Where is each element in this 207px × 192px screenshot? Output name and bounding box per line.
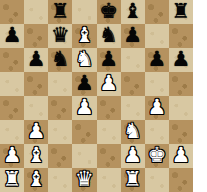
piece-white-rook[interactable]: ♜: [3, 169, 22, 190]
square-c7[interactable]: ♛: [48, 24, 72, 48]
square-e4[interactable]: [97, 96, 121, 120]
piece-black-pawn[interactable]: ♟: [99, 49, 118, 70]
square-g3[interactable]: [145, 120, 169, 144]
square-h4[interactable]: [169, 96, 193, 120]
square-d6[interactable]: ♞: [72, 48, 96, 72]
piece-black-pawn[interactable]: ♟: [123, 25, 142, 46]
square-a3[interactable]: [0, 120, 24, 144]
right-margin: [193, 0, 207, 192]
square-g6[interactable]: ♟: [145, 48, 169, 72]
square-b4[interactable]: [24, 96, 48, 120]
square-f8[interactable]: ♝: [121, 0, 145, 24]
square-h2[interactable]: ♟: [169, 144, 193, 168]
piece-white-pawn[interactable]: ♟: [123, 145, 142, 166]
square-a6[interactable]: [0, 48, 24, 72]
square-g7[interactable]: [145, 24, 169, 48]
piece-white-queen[interactable]: ♛: [75, 169, 94, 190]
piece-white-bishop[interactable]: ♝: [27, 145, 46, 166]
piece-white-pawn[interactable]: ♟: [75, 97, 94, 118]
piece-white-pawn[interactable]: ♟: [3, 145, 22, 166]
square-c5[interactable]: [48, 72, 72, 96]
square-c3[interactable]: [48, 120, 72, 144]
square-c2[interactable]: [48, 144, 72, 168]
square-d3[interactable]: [72, 120, 96, 144]
piece-white-king[interactable]: ♚: [147, 145, 166, 166]
piece-black-rook[interactable]: ♜: [51, 1, 70, 22]
piece-white-pawn[interactable]: ♟: [27, 121, 46, 142]
square-g4[interactable]: ♟: [145, 96, 169, 120]
square-b5[interactable]: [24, 72, 48, 96]
piece-black-knight[interactable]: ♞: [99, 25, 118, 46]
square-c4[interactable]: [48, 96, 72, 120]
square-e3[interactable]: [97, 120, 121, 144]
square-a2[interactable]: ♟: [0, 144, 24, 168]
square-b7[interactable]: [24, 24, 48, 48]
square-e8[interactable]: ♚: [97, 0, 121, 24]
square-b1[interactable]: ♝: [24, 168, 48, 192]
piece-black-knight[interactable]: ♞: [51, 49, 70, 70]
square-g1[interactable]: [145, 168, 169, 192]
square-g5[interactable]: [145, 72, 169, 96]
square-a7[interactable]: ♟: [0, 24, 24, 48]
square-f5[interactable]: [121, 72, 145, 96]
square-f2[interactable]: ♟: [121, 144, 145, 168]
square-a4[interactable]: [0, 96, 24, 120]
piece-black-bishop[interactable]: ♝: [123, 1, 142, 22]
piece-black-king[interactable]: ♚: [99, 1, 118, 22]
square-b2[interactable]: ♝: [24, 144, 48, 168]
square-a8[interactable]: [0, 0, 24, 24]
square-d8[interactable]: [72, 0, 96, 24]
square-a5[interactable]: [0, 72, 24, 96]
square-a1[interactable]: ♜: [0, 168, 24, 192]
square-d1[interactable]: ♛: [72, 168, 96, 192]
square-b3[interactable]: ♟: [24, 120, 48, 144]
piece-black-pawn[interactable]: ♟: [172, 49, 191, 70]
square-e2[interactable]: [97, 144, 121, 168]
piece-white-pawn[interactable]: ♟: [172, 145, 191, 166]
piece-white-knight[interactable]: ♞: [75, 49, 94, 70]
square-f1[interactable]: ♜: [121, 168, 145, 192]
square-d5[interactable]: ♟: [72, 72, 96, 96]
square-e1[interactable]: [97, 168, 121, 192]
square-h3[interactable]: [169, 120, 193, 144]
square-e7[interactable]: ♞: [97, 24, 121, 48]
square-h1[interactable]: [169, 168, 193, 192]
piece-white-knight[interactable]: ♞: [123, 121, 142, 142]
piece-white-bishop[interactable]: ♝: [75, 25, 94, 46]
piece-black-pawn[interactable]: ♟: [75, 73, 94, 94]
square-h7[interactable]: [169, 24, 193, 48]
square-b6[interactable]: ♟: [24, 48, 48, 72]
square-d7[interactable]: ♝: [72, 24, 96, 48]
piece-black-pawn[interactable]: ♟: [147, 49, 166, 70]
square-c1[interactable]: [48, 168, 72, 192]
piece-white-bishop[interactable]: ♝: [27, 169, 46, 190]
piece-black-queen[interactable]: ♛: [51, 25, 70, 46]
square-f7[interactable]: ♟: [121, 24, 145, 48]
square-h8[interactable]: ♜: [169, 0, 193, 24]
piece-black-pawn[interactable]: ♟: [3, 25, 22, 46]
square-c6[interactable]: ♞: [48, 48, 72, 72]
square-h5[interactable]: [169, 72, 193, 96]
piece-black-rook[interactable]: ♜: [172, 1, 191, 22]
square-f3[interactable]: ♞: [121, 120, 145, 144]
piece-white-pawn[interactable]: ♟: [99, 73, 118, 94]
square-g8[interactable]: [145, 0, 169, 24]
piece-black-pawn[interactable]: ♟: [27, 49, 46, 70]
square-d2[interactable]: [72, 144, 96, 168]
square-b8[interactable]: [24, 0, 48, 24]
piece-white-rook[interactable]: ♜: [123, 169, 142, 190]
square-h6[interactable]: ♟: [169, 48, 193, 72]
square-f4[interactable]: [121, 96, 145, 120]
square-e6[interactable]: ♟: [97, 48, 121, 72]
square-e5[interactable]: ♟: [97, 72, 121, 96]
square-c8[interactable]: ♜: [48, 0, 72, 24]
square-f6[interactable]: [121, 48, 145, 72]
square-d4[interactable]: ♟: [72, 96, 96, 120]
piece-white-pawn[interactable]: ♟: [147, 97, 166, 118]
chess-board: ♜♚♝♜♟♛♝♞♟♟♞♞♟♟♟♟♟♟♟♟♞♟♝♟♚♟♜♝♛♜: [0, 0, 193, 192]
square-g2[interactable]: ♚: [145, 144, 169, 168]
